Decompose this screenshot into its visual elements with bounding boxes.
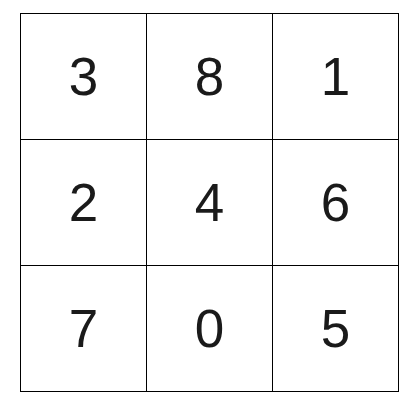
- grid-cell-r1c0: 2: [21, 140, 146, 265]
- grid-cell-r0c1: 8: [147, 14, 272, 139]
- puzzle-board-container: 3 8 1 2 4 6 7 0 5: [20, 13, 399, 392]
- grid-cell-r2c0: 7: [21, 266, 146, 391]
- grid-cell-r1c1: 4: [147, 140, 272, 265]
- grid-cell-r1c2: 6: [273, 140, 398, 265]
- grid-cell-r0c0: 3: [21, 14, 146, 139]
- grid-cell-r0c2: 1: [273, 14, 398, 139]
- grid-cell-r2c1: 0: [147, 266, 272, 391]
- puzzle-board: 3 8 1 2 4 6 7 0 5: [20, 13, 399, 392]
- grid-cell-r2c2: 5: [273, 266, 398, 391]
